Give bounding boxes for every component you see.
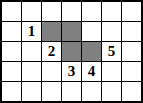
cell-r2c3-shaded[interactable]	[62, 42, 81, 61]
cell-r1c6[interactable]	[122, 22, 141, 41]
cell-r0c3[interactable]	[62, 2, 81, 21]
cell-r2c0[interactable]	[2, 42, 21, 61]
cell-r3c5[interactable]	[102, 62, 121, 81]
cell-r3c2[interactable]	[42, 62, 61, 81]
cell-r0c5[interactable]	[102, 2, 121, 21]
cell-r0c4[interactable]	[82, 2, 101, 21]
cell-r0c0[interactable]	[2, 2, 21, 21]
cell-r4c4[interactable]	[82, 82, 101, 101]
cell-r4c3[interactable]	[62, 82, 81, 101]
cell-r3c6[interactable]	[122, 62, 141, 81]
cell-r4c5[interactable]	[102, 82, 121, 101]
cell-r1c4[interactable]	[82, 22, 101, 41]
cell-r2c5-number-5[interactable]: 5	[102, 42, 121, 61]
cell-r2c2-number-2[interactable]: 2	[42, 42, 61, 61]
cell-r0c2[interactable]	[42, 2, 61, 21]
cell-r3c1[interactable]	[22, 62, 41, 81]
cell-r0c1[interactable]	[22, 2, 41, 21]
cell-r1c1-number-1[interactable]: 1	[22, 22, 41, 41]
cell-r4c1[interactable]	[22, 82, 41, 101]
cell-r1c5[interactable]	[102, 22, 121, 41]
cell-r2c1[interactable]	[22, 42, 41, 61]
puzzle-board: 12534	[0, 0, 143, 103]
cell-r1c0[interactable]	[2, 22, 21, 41]
cell-r3c3-number-3[interactable]: 3	[62, 62, 81, 81]
cell-r0c6[interactable]	[122, 2, 141, 21]
cell-r2c4-shaded[interactable]	[82, 42, 101, 61]
cell-r4c2[interactable]	[42, 82, 61, 101]
cell-r4c6[interactable]	[122, 82, 141, 101]
cell-r3c4-number-4[interactable]: 4	[82, 62, 101, 81]
cell-r1c3-shaded[interactable]	[62, 22, 81, 41]
cell-r3c0[interactable]	[2, 62, 21, 81]
cell-r1c2-shaded[interactable]	[42, 22, 61, 41]
cell-r2c6[interactable]	[122, 42, 141, 61]
cell-r4c0[interactable]	[2, 82, 21, 101]
